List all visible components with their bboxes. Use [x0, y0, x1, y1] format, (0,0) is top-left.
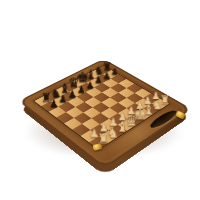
square-e4 — [101, 97, 118, 107]
square-g1: ♞ — [144, 103, 161, 114]
piece-white-rook: ♜ — [160, 94, 171, 106]
product-photo-scene: ♜♞♝♛♚♝♞♜♟♟♟♟♟♟♟♟♟♟♟♟♟♟♟♟♜♞♝♛♚♝♞♜ — [0, 0, 200, 200]
